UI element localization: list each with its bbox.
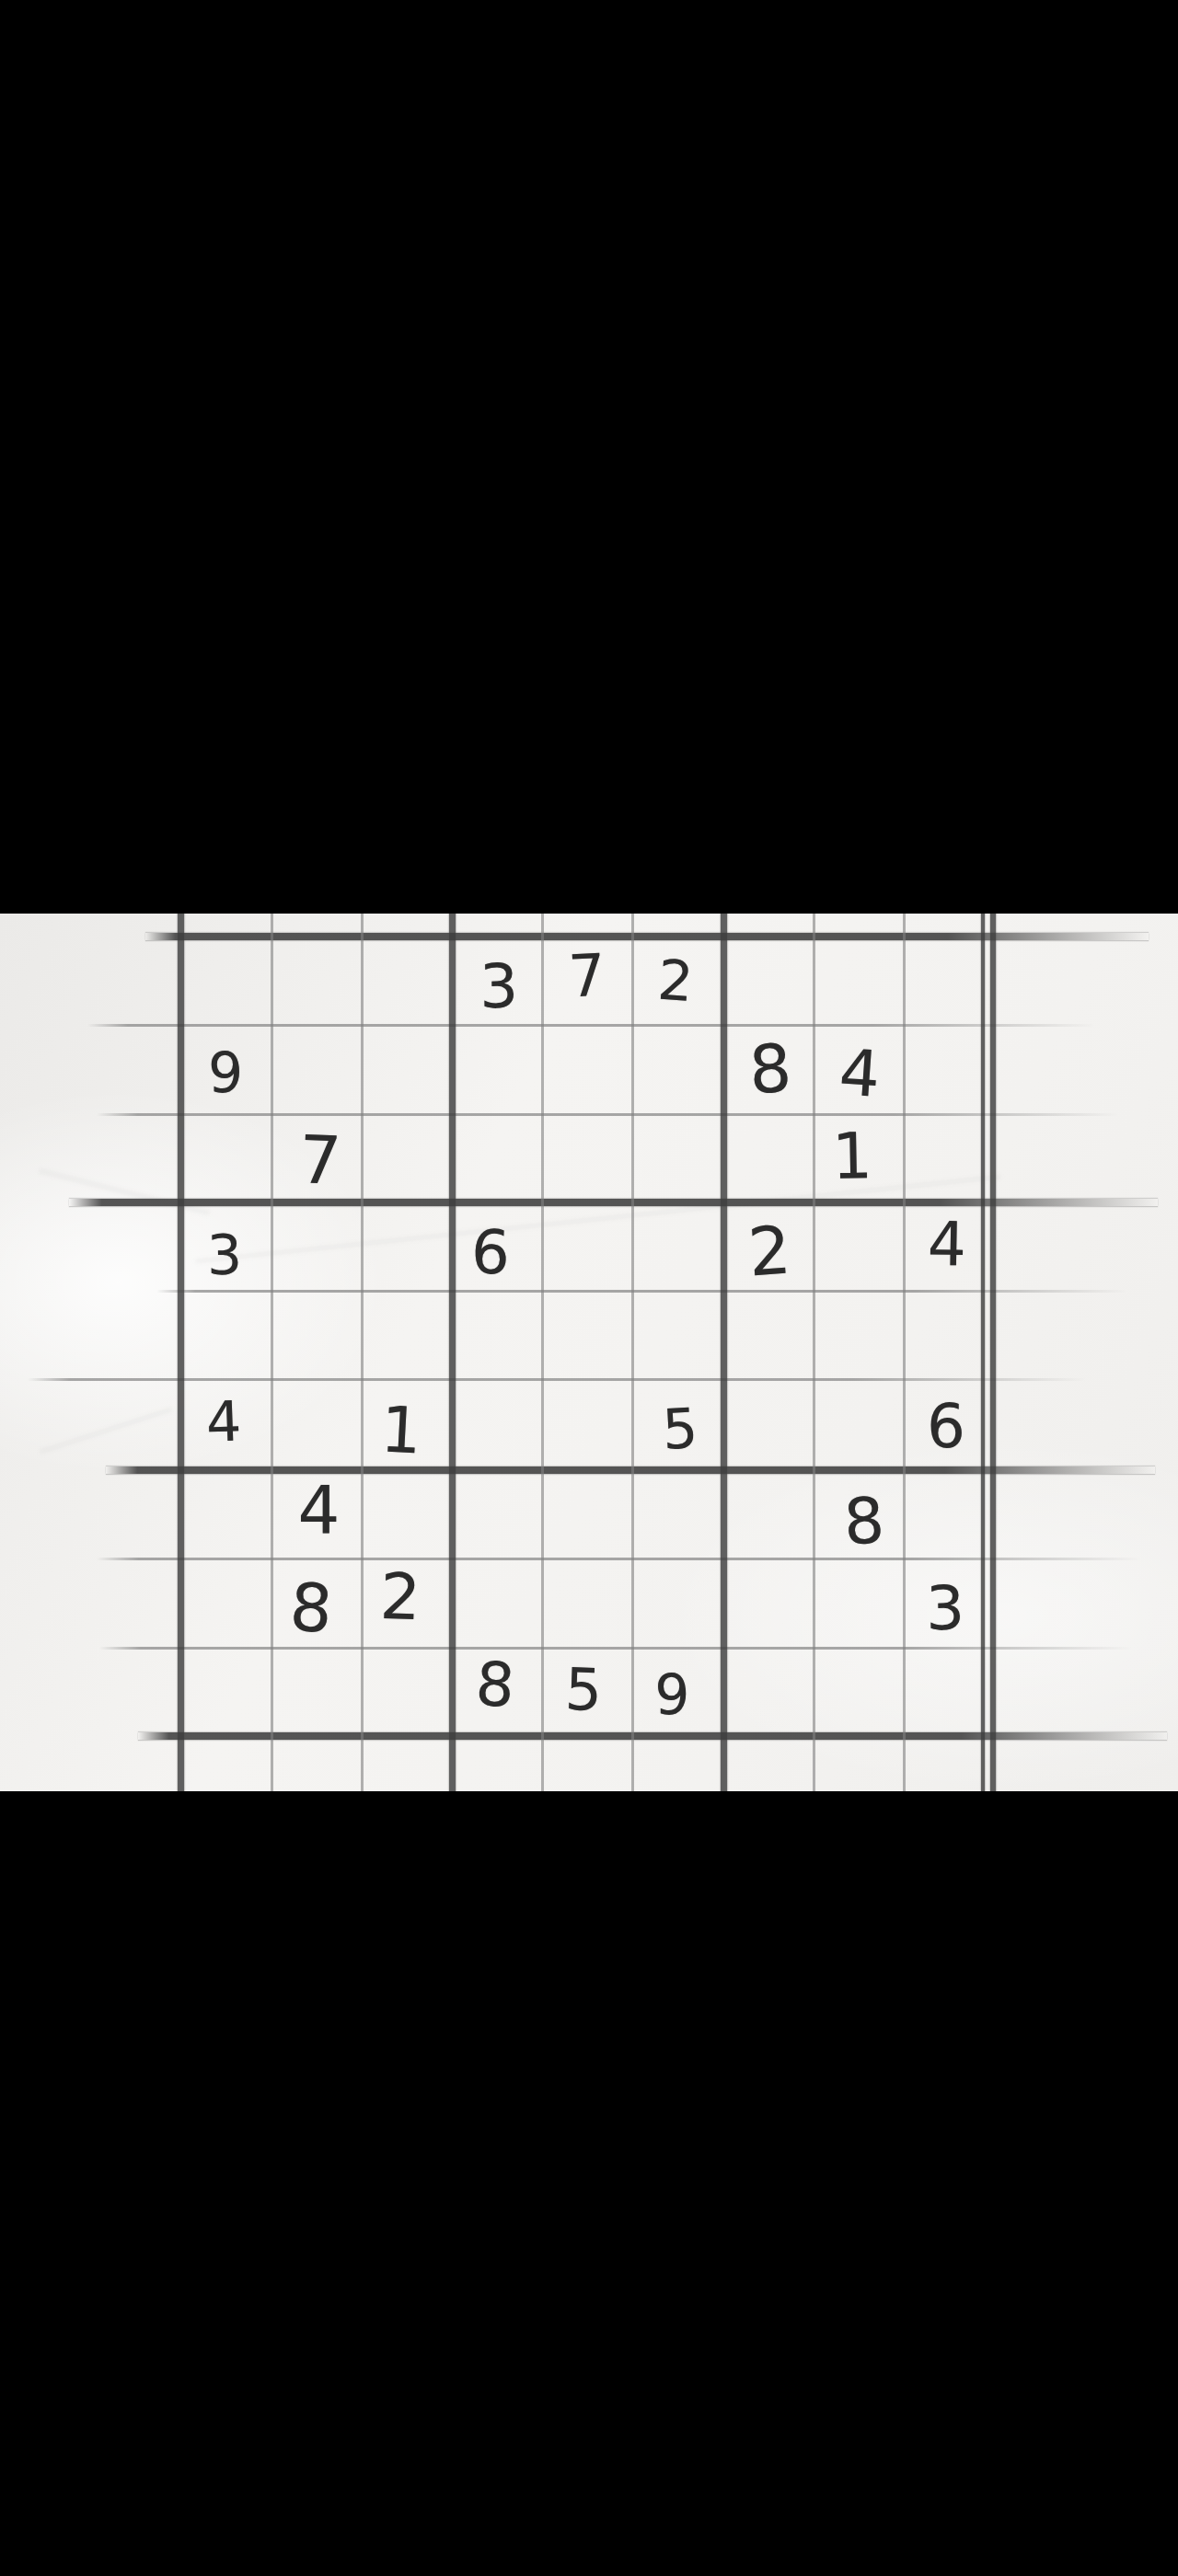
box-line-vertical-right (981, 914, 985, 1791)
given-digit-r6c3: 1 (379, 1397, 422, 1463)
screenshot-root: 372984713624415648823859 (0, 0, 1178, 2576)
cell-line-vertical (271, 914, 273, 1791)
paper-photo: 372984713624415648823859 (0, 914, 1178, 1791)
given-digit-r2c1: 9 (208, 1045, 243, 1100)
given-digit-r4c4: 6 (470, 1222, 511, 1283)
given-digit-r2c7: 8 (748, 1035, 794, 1103)
given-digit-r4c9: 4 (927, 1214, 966, 1276)
cell-line-vertical (813, 914, 815, 1791)
box-line-vertical (178, 914, 184, 1791)
letterbox-top (0, 0, 1178, 914)
cell-line-horizontal (97, 1113, 1118, 1116)
given-digit-r9c6: 9 (654, 1667, 689, 1722)
given-digit-r4c1: 3 (206, 1227, 242, 1283)
cell-line-horizontal (28, 1378, 1086, 1381)
given-digit-r3c2: 7 (298, 1127, 342, 1195)
given-digit-r1c4: 3 (479, 957, 518, 1018)
given-digit-r3c8: 1 (831, 1124, 872, 1189)
given-digit-r8c3: 2 (378, 1565, 421, 1629)
box-line-vertical (721, 914, 727, 1791)
given-digit-r9c5: 5 (564, 1661, 603, 1719)
box-line-vertical-right (990, 914, 996, 1791)
given-digit-r8c9: 3 (925, 1579, 964, 1640)
given-digit-r1c5: 7 (567, 947, 606, 1006)
given-digit-r6c6: 5 (662, 1400, 699, 1457)
cell-line-vertical (903, 914, 906, 1791)
box-line-horizontal (106, 1466, 1155, 1474)
box-line-horizontal (138, 1732, 1167, 1740)
given-digit-r7c2: 4 (297, 1477, 340, 1543)
cell-line-horizontal (87, 1024, 1095, 1027)
sudoku-board: 372984713624415648823859 (0, 914, 1178, 1791)
given-digit-r2c8: 4 (837, 1041, 882, 1107)
given-digit-r6c9: 6 (927, 1397, 965, 1457)
letterbox-bottom (0, 1791, 1178, 2576)
cell-line-vertical (361, 914, 364, 1791)
cell-line-vertical (541, 914, 544, 1791)
given-digit-r7c8: 8 (842, 1489, 885, 1554)
given-digit-r8c2: 8 (288, 1574, 335, 1643)
given-digit-r4c7: 2 (746, 1216, 793, 1285)
given-digit-r1c6: 2 (656, 952, 695, 1010)
given-digit-r6c1: 4 (205, 1393, 242, 1449)
cell-line-vertical (631, 914, 634, 1791)
box-line-horizontal (145, 933, 1149, 940)
cell-line-horizontal (99, 1647, 1132, 1650)
given-digit-r9c4: 8 (474, 1653, 517, 1717)
box-line-vertical (449, 914, 456, 1791)
